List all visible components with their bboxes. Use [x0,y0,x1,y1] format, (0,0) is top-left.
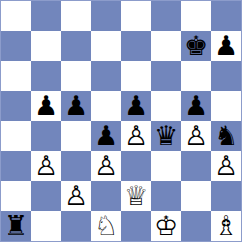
black-pawn-d4[interactable]: ♟ [94,121,118,151]
white-pawn-c2[interactable]: ♙ [64,181,88,211]
white-queen-e2[interactable]: ♕ [124,181,148,211]
square-d3[interactable]: ♙ [91,151,121,181]
white-pawn-e4[interactable]: ♙ [124,121,148,151]
square-b6[interactable] [31,61,61,91]
square-e8[interactable] [121,1,151,31]
chess-board: ♚♟♟♟♟♟♟♙♛♙♞♙♙♙♙♕♜♘♔♗ [0,0,242,242]
square-c6[interactable] [61,61,91,91]
square-c2[interactable]: ♙ [61,181,91,211]
black-knight-h4[interactable]: ♞ [214,121,238,151]
square-c7[interactable] [61,31,91,61]
black-queen-f4[interactable]: ♛ [154,121,178,151]
square-g1[interactable] [181,211,211,241]
square-b4[interactable] [31,121,61,151]
square-a1[interactable]: ♜ [1,211,31,241]
square-a6[interactable] [1,61,31,91]
white-pawn-g4[interactable]: ♙ [184,121,208,151]
square-d4[interactable]: ♟ [91,121,121,151]
square-g4[interactable]: ♙ [181,121,211,151]
square-a3[interactable] [1,151,31,181]
square-a2[interactable] [1,181,31,211]
square-f8[interactable] [151,1,181,31]
square-e5[interactable]: ♟ [121,91,151,121]
square-h6[interactable] [211,61,241,91]
square-e2[interactable]: ♕ [121,181,151,211]
square-f1[interactable]: ♔ [151,211,181,241]
white-king-f1[interactable]: ♔ [154,211,178,241]
square-h8[interactable] [211,1,241,31]
square-d2[interactable] [91,181,121,211]
square-e7[interactable] [121,31,151,61]
square-b1[interactable] [31,211,61,241]
square-c4[interactable] [61,121,91,151]
square-c8[interactable] [61,1,91,31]
square-g5[interactable]: ♟ [181,91,211,121]
white-pawn-h3[interactable]: ♙ [214,151,238,181]
square-d1[interactable]: ♘ [91,211,121,241]
black-pawn-c5[interactable]: ♟ [64,91,88,121]
square-g8[interactable] [181,1,211,31]
square-g6[interactable] [181,61,211,91]
square-g7[interactable]: ♚ [181,31,211,61]
square-f5[interactable] [151,91,181,121]
black-pawn-h7[interactable]: ♟ [214,31,238,61]
square-e4[interactable]: ♙ [121,121,151,151]
square-b2[interactable] [31,181,61,211]
square-a4[interactable] [1,121,31,151]
square-d7[interactable] [91,31,121,61]
square-a7[interactable] [1,31,31,61]
square-h7[interactable]: ♟ [211,31,241,61]
square-g3[interactable] [181,151,211,181]
square-c3[interactable] [61,151,91,181]
square-d5[interactable] [91,91,121,121]
square-b8[interactable] [31,1,61,31]
square-e6[interactable] [121,61,151,91]
chess-board-container: ♚♟♟♟♟♟♟♙♛♙♞♙♙♙♙♕♜♘♔♗ [0,0,242,242]
square-h2[interactable] [211,181,241,211]
square-g2[interactable] [181,181,211,211]
white-knight-d1[interactable]: ♘ [94,211,118,241]
square-h4[interactable]: ♞ [211,121,241,151]
square-a8[interactable] [1,1,31,31]
white-pawn-b3[interactable]: ♙ [34,151,58,181]
black-pawn-g5[interactable]: ♟ [184,91,208,121]
black-king-g7[interactable]: ♚ [184,31,208,61]
square-e1[interactable] [121,211,151,241]
black-pawn-e5[interactable]: ♟ [124,91,148,121]
square-c1[interactable] [61,211,91,241]
black-pawn-b5[interactable]: ♟ [34,91,58,121]
white-pawn-d3[interactable]: ♙ [94,151,118,181]
square-d8[interactable] [91,1,121,31]
square-h5[interactable] [211,91,241,121]
square-a5[interactable] [1,91,31,121]
square-b3[interactable]: ♙ [31,151,61,181]
square-f2[interactable] [151,181,181,211]
square-f7[interactable] [151,31,181,61]
square-h1[interactable]: ♗ [211,211,241,241]
square-f4[interactable]: ♛ [151,121,181,151]
black-rook-a1[interactable]: ♜ [4,211,28,241]
square-b5[interactable]: ♟ [31,91,61,121]
square-c5[interactable]: ♟ [61,91,91,121]
square-f6[interactable] [151,61,181,91]
square-e3[interactable] [121,151,151,181]
square-d6[interactable] [91,61,121,91]
square-b7[interactable] [31,31,61,61]
white-bishop-h1[interactable]: ♗ [214,211,238,241]
square-h3[interactable]: ♙ [211,151,241,181]
square-f3[interactable] [151,151,181,181]
